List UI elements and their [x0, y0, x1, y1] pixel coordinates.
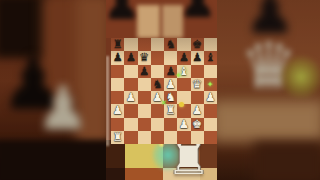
square-h4: ♟	[204, 91, 217, 104]
square-e2	[164, 118, 177, 131]
white-knight-icon: ♞	[164, 91, 177, 104]
top-blurred-black-piece-icon: ♟	[106, 0, 141, 26]
bottom-row2-dark-square	[106, 168, 125, 180]
square-e7	[164, 51, 177, 64]
square-a8: ♜	[111, 38, 124, 51]
square-b2	[124, 118, 137, 131]
black-bishop-icon: ♝	[204, 51, 217, 64]
square-f7: ♟	[177, 51, 190, 64]
square-g3: ♟	[191, 104, 204, 117]
square-f2: ♟	[177, 118, 190, 131]
square-f1	[177, 131, 190, 144]
square-g2: ♚	[191, 118, 204, 131]
black-pawn-icon: ♟	[191, 51, 204, 64]
white-pawn-icon: ♟	[204, 91, 217, 104]
white-pawn-icon: ♟	[164, 78, 177, 91]
black-king-icon: ♚	[191, 38, 204, 51]
square-h8	[204, 38, 217, 51]
square-f8	[177, 38, 190, 51]
square-g7: ♟	[191, 51, 204, 64]
square-a5	[111, 78, 124, 91]
square-g1	[191, 131, 204, 144]
square-d4: ♟	[151, 91, 164, 104]
square-a6	[111, 65, 124, 78]
square-e8: ♞	[164, 38, 177, 51]
black-knight-icon: ♞	[151, 78, 164, 91]
square-d8	[151, 38, 164, 51]
left-dim-overlay	[0, 0, 107, 180]
square-b5	[124, 78, 137, 91]
white-king-icon: ♚	[191, 118, 204, 131]
square-b6	[124, 65, 137, 78]
black-rook-icon: ♜	[111, 38, 124, 51]
square-e3: ♜	[164, 104, 177, 117]
square-g8: ♚	[191, 38, 204, 51]
square-d2	[151, 118, 164, 131]
black-pawn-icon: ♟	[124, 51, 137, 64]
white-pawn-icon: ♟	[177, 118, 190, 131]
square-b8	[124, 38, 137, 51]
square-a4	[111, 91, 124, 104]
white-pawn-icon: ♟	[111, 104, 124, 117]
bright-edge-line	[106, 56, 109, 146]
square-h3	[204, 104, 217, 117]
top-blurred-black-piece-icon: ♟	[179, 0, 217, 24]
square-c1	[138, 131, 151, 144]
square-e5: ♟	[164, 78, 177, 91]
white-bishop-icon: ♝	[177, 65, 190, 78]
square-c2	[138, 118, 151, 131]
square-h1	[204, 131, 217, 144]
black-pawn-icon: ♟	[177, 51, 190, 64]
square-c4	[138, 91, 151, 104]
square-g4	[191, 91, 204, 104]
white-pawn-icon: ♟	[191, 104, 204, 117]
square-f3	[177, 104, 190, 117]
square-a1: ♜	[111, 131, 124, 144]
black-knight-icon: ♞	[164, 38, 177, 51]
square-g6	[191, 65, 204, 78]
video-strip: ♟ ♟ ♜ ♜♞♚♟♟♛♟♟♝♟♟♝♞♟♛♟♟♞♟♟♜♟♟♚♜✦✦✕	[106, 0, 217, 180]
white-pawn-icon: ♟	[151, 91, 164, 104]
square-e4: ♞	[164, 91, 177, 104]
square-h5	[204, 78, 217, 91]
square-a2	[111, 118, 124, 131]
square-h6	[204, 65, 217, 78]
square-d6	[151, 65, 164, 78]
square-b3	[124, 104, 137, 117]
black-pawn-icon: ♟	[111, 51, 124, 64]
blurred-right-panel: ♟ ♛	[216, 0, 320, 180]
blurred-left-panel: ♟ ♟	[0, 0, 107, 180]
white-queen-icon: ♛	[191, 78, 204, 91]
white-pawn-icon: ♟	[124, 91, 137, 104]
square-h7: ♝	[204, 51, 217, 64]
square-c3	[138, 104, 151, 117]
black-pawn-icon: ♟	[164, 65, 177, 78]
square-h2	[204, 118, 217, 131]
square-e6: ♟	[164, 65, 177, 78]
black-pawn-icon: ♟	[138, 65, 151, 78]
square-b1	[124, 131, 137, 144]
square-f5	[177, 78, 190, 91]
video-frame: ♟ ♟ ♟ ♛ ♟ ♟ ♜ ♜♞♚♟♟♛♟♟♝♟♟♝♞♟♛♟♟♞♟♟	[0, 0, 320, 180]
square-e1	[164, 131, 177, 144]
white-rook-icon: ♜	[111, 131, 124, 144]
square-f6: ♝	[177, 65, 190, 78]
square-f4	[177, 91, 190, 104]
white-rook-icon: ♜	[164, 104, 177, 117]
bottom-row2-orange-square	[125, 168, 163, 180]
right-dim-overlay	[216, 0, 320, 180]
square-c8	[138, 38, 151, 51]
chess-board: ♜♞♚♟♟♛♟♟♝♟♟♝♞♟♛♟♟♞♟♟♜♟♟♚♜✦✦✕	[111, 38, 217, 144]
square-b4: ♟	[124, 91, 137, 104]
square-b7: ♟	[124, 51, 137, 64]
black-queen-icon: ♛	[138, 51, 151, 64]
square-c7: ♛	[138, 51, 151, 64]
square-d7	[151, 51, 164, 64]
square-a7: ♟	[111, 51, 124, 64]
square-a3: ♟	[111, 104, 124, 117]
square-c6: ♟	[138, 65, 151, 78]
square-c5	[138, 78, 151, 91]
square-g5: ♛	[191, 78, 204, 91]
square-d3	[151, 104, 164, 117]
square-d1	[151, 131, 164, 144]
square-d5: ♞	[151, 78, 164, 91]
